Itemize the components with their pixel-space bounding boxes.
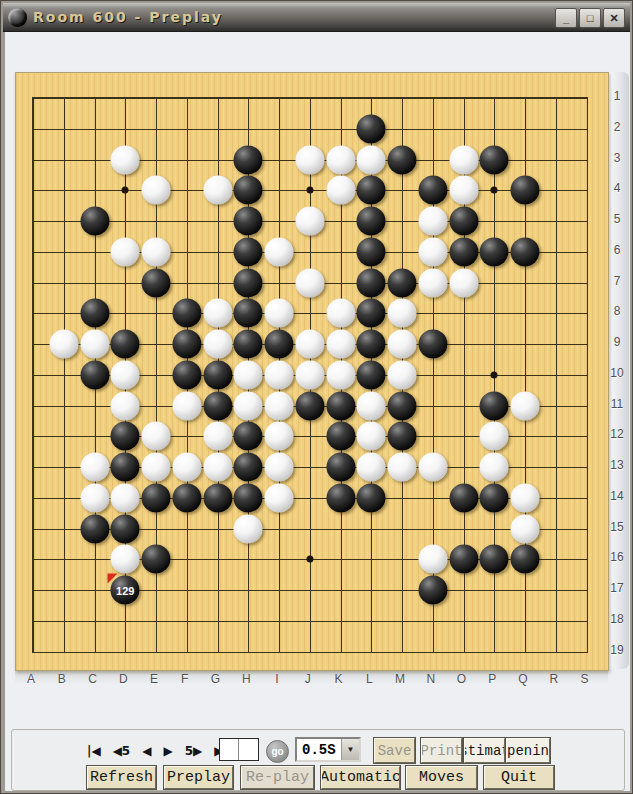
column-label: F — [177, 672, 193, 686]
minimize-button[interactable]: _ — [555, 8, 577, 28]
white-stone — [357, 453, 386, 482]
row-label: 19 — [609, 643, 625, 657]
white-stone — [142, 422, 171, 451]
black-stone — [511, 237, 540, 266]
white-stone — [418, 237, 447, 266]
white-stone — [326, 330, 355, 359]
delay-dropdown[interactable]: 0.5S ▼ — [295, 737, 361, 762]
black-stone — [234, 453, 263, 482]
black-stone — [203, 360, 232, 389]
white-stone — [111, 545, 140, 574]
estimate-button[interactable]: Estimate — [464, 738, 505, 763]
white-stone — [80, 330, 109, 359]
row-label: 6 — [609, 243, 625, 257]
last-move-stone: 129 — [111, 576, 140, 605]
white-stone — [388, 360, 417, 389]
white-stone — [418, 207, 447, 236]
row-label: 4 — [609, 181, 625, 195]
black-stone — [449, 483, 478, 512]
black-stone — [234, 207, 263, 236]
white-stone — [265, 422, 294, 451]
black-stone — [449, 237, 478, 266]
black-stone — [357, 330, 386, 359]
black-stone — [480, 483, 509, 512]
white-stone — [326, 145, 355, 174]
controls-panel: |◀◀5◀▶5▶▶| go 0.5S ▼ SavePrintEstimateOp… — [11, 729, 625, 791]
row-label: 3 — [609, 151, 625, 165]
white-stone — [480, 453, 509, 482]
row-label: 12 — [609, 427, 625, 441]
column-label: P — [484, 672, 500, 686]
white-stone — [295, 145, 324, 174]
black-stone — [388, 268, 417, 297]
black-stone — [111, 453, 140, 482]
column-label: S — [577, 672, 593, 686]
window-content: 129 ABCDEFGHIJKLMNOPQRS12345678910111213… — [5, 32, 630, 791]
row-label: 17 — [609, 581, 625, 595]
white-stone — [418, 268, 447, 297]
column-label: J — [300, 672, 316, 686]
re-play-button[interactable]: Re-play — [241, 766, 314, 789]
window-title: Room 600 - Preplay — [33, 9, 223, 25]
white-stone — [357, 391, 386, 420]
black-stone — [203, 391, 232, 420]
close-button[interactable]: ✕ — [603, 8, 625, 28]
board-grid[interactable]: 129 — [32, 97, 588, 653]
column-label: L — [361, 672, 377, 686]
black-stone — [172, 330, 201, 359]
black-stone — [480, 145, 509, 174]
black-stone — [172, 360, 201, 389]
row-label: 18 — [609, 612, 625, 626]
column-label: A — [23, 672, 39, 686]
row-label: 7 — [609, 274, 625, 288]
column-label: I — [269, 672, 285, 686]
white-stone — [357, 422, 386, 451]
column-label: E — [146, 672, 162, 686]
black-stone — [418, 576, 447, 605]
star-point — [306, 187, 313, 194]
app-window: Room 600 - Preplay _ □ ✕ 129 ABCDEFGHIJK… — [0, 0, 633, 794]
moves-button[interactable]: Moves — [406, 766, 477, 789]
black-stone — [388, 422, 417, 451]
go-button[interactable]: go — [266, 740, 289, 763]
column-label: C — [85, 672, 101, 686]
white-stone — [111, 391, 140, 420]
white-stone — [142, 176, 171, 205]
white-stone — [172, 453, 201, 482]
column-label: H — [238, 672, 254, 686]
row-label: 14 — [609, 489, 625, 503]
white-stone — [80, 483, 109, 512]
nav-back-5-button[interactable]: ◀5 — [113, 744, 131, 758]
white-stone — [203, 422, 232, 451]
black-stone — [111, 514, 140, 543]
white-stone — [449, 268, 478, 297]
opening-button[interactable]: Opening — [506, 738, 550, 763]
white-stone — [295, 207, 324, 236]
row-label: 2 — [609, 120, 625, 134]
white-stone — [295, 360, 324, 389]
save-button[interactable]: Save — [374, 738, 415, 763]
column-label: N — [423, 672, 439, 686]
black-stone — [357, 237, 386, 266]
white-stone — [234, 391, 263, 420]
black-stone — [511, 545, 540, 574]
black-stone — [234, 145, 263, 174]
black-stone — [357, 207, 386, 236]
quit-button[interactable]: Quit — [484, 766, 554, 789]
white-stone — [449, 145, 478, 174]
black-stone — [357, 360, 386, 389]
column-label: K — [331, 672, 347, 686]
delay-dropdown-value: 0.5S — [297, 739, 341, 760]
black-stone — [418, 176, 447, 205]
row-label: 9 — [609, 335, 625, 349]
black-stone — [418, 330, 447, 359]
white-stone — [142, 237, 171, 266]
white-stone — [265, 299, 294, 328]
white-stone — [234, 514, 263, 543]
white-stone — [111, 483, 140, 512]
black-stone — [449, 545, 478, 574]
black-stone — [480, 391, 509, 420]
white-stone — [265, 483, 294, 512]
automatic-button[interactable]: Automatic — [321, 766, 400, 789]
white-stone — [326, 360, 355, 389]
black-stone — [111, 422, 140, 451]
black-stone — [511, 176, 540, 205]
black-stone — [80, 299, 109, 328]
title-bar[interactable]: Room 600 - Preplay _ □ ✕ — [3, 3, 630, 32]
star-point — [491, 371, 498, 378]
black-stone — [234, 483, 263, 512]
white-stone — [142, 453, 171, 482]
black-stone — [234, 268, 263, 297]
white-stone — [295, 268, 324, 297]
preplay-button[interactable]: Preplay — [164, 766, 233, 789]
print-button[interactable]: Print — [421, 738, 462, 763]
white-stone — [265, 453, 294, 482]
black-stone — [295, 391, 324, 420]
black-stone — [357, 299, 386, 328]
black-stone — [234, 237, 263, 266]
black-stone — [326, 453, 355, 482]
white-stone — [234, 360, 263, 389]
black-stone — [326, 483, 355, 512]
black-stone — [480, 545, 509, 574]
black-stone — [234, 299, 263, 328]
black-stone — [357, 483, 386, 512]
nav-forward-1-button[interactable]: ▶ — [163, 744, 172, 758]
move-number-input[interactable] — [219, 738, 259, 761]
maximize-button[interactable]: □ — [579, 8, 601, 28]
refresh-button[interactable]: Refresh — [87, 766, 156, 789]
white-stone — [265, 391, 294, 420]
go-board[interactable]: 129 — [15, 72, 609, 671]
row-label: 5 — [609, 212, 625, 226]
black-stone — [234, 422, 263, 451]
white-stone — [418, 453, 447, 482]
star-point — [491, 187, 498, 194]
white-stone — [80, 453, 109, 482]
last-move-marker — [108, 574, 118, 584]
white-stone — [418, 545, 447, 574]
black-stone — [234, 176, 263, 205]
white-stone — [203, 453, 232, 482]
column-label: O — [454, 672, 470, 686]
black-stone — [234, 330, 263, 359]
column-label: R — [546, 672, 562, 686]
white-stone — [111, 237, 140, 266]
black-stone — [142, 483, 171, 512]
row-label: 1 — [609, 89, 625, 103]
row-label: 8 — [609, 304, 625, 318]
white-stone — [111, 360, 140, 389]
black-stone — [111, 330, 140, 359]
column-label: G — [208, 672, 224, 686]
white-stone — [49, 330, 78, 359]
black-stone — [388, 391, 417, 420]
white-stone — [265, 360, 294, 389]
white-stone — [511, 514, 540, 543]
white-stone — [326, 299, 355, 328]
black-stone — [326, 391, 355, 420]
white-stone — [203, 330, 232, 359]
white-stone — [172, 391, 201, 420]
white-stone — [511, 391, 540, 420]
black-stone — [172, 299, 201, 328]
move-navigation: |◀◀5◀▶5▶▶| — [87, 740, 240, 762]
white-stone — [295, 330, 324, 359]
column-label: Q — [515, 672, 531, 686]
nav-back-1-button[interactable]: ◀ — [142, 744, 151, 758]
black-stone — [480, 237, 509, 266]
white-stone — [326, 176, 355, 205]
chevron-down-icon[interactable]: ▼ — [341, 739, 359, 760]
white-stone — [388, 453, 417, 482]
row-label: 11 — [609, 397, 625, 411]
black-stone — [80, 514, 109, 543]
black-stone — [142, 268, 171, 297]
white-stone — [388, 299, 417, 328]
row-label: 15 — [609, 520, 625, 534]
white-stone — [357, 145, 386, 174]
nav-first-button[interactable]: |◀ — [87, 744, 101, 758]
black-stone — [357, 114, 386, 143]
column-label: M — [392, 672, 408, 686]
white-stone — [265, 237, 294, 266]
black-stone — [357, 268, 386, 297]
column-label: D — [115, 672, 131, 686]
row-label: 10 — [609, 366, 625, 380]
white-stone — [203, 299, 232, 328]
star-point — [306, 556, 313, 563]
nav-forward-5-button[interactable]: 5▶ — [185, 744, 203, 758]
black-stone — [326, 422, 355, 451]
white-stone — [203, 176, 232, 205]
black-stone — [80, 207, 109, 236]
black-stone — [265, 330, 294, 359]
black-stone — [449, 207, 478, 236]
black-stone — [142, 545, 171, 574]
row-label: 16 — [609, 550, 625, 564]
app-logo-icon — [8, 8, 27, 27]
black-stone — [357, 176, 386, 205]
white-stone — [388, 330, 417, 359]
star-point — [122, 187, 129, 194]
row-label: 13 — [609, 458, 625, 472]
black-stone — [172, 483, 201, 512]
white-stone — [480, 422, 509, 451]
column-label: B — [54, 672, 70, 686]
white-stone — [449, 176, 478, 205]
white-stone — [511, 483, 540, 512]
black-stone — [388, 145, 417, 174]
black-stone — [203, 483, 232, 512]
white-stone — [111, 145, 140, 174]
black-stone — [80, 360, 109, 389]
